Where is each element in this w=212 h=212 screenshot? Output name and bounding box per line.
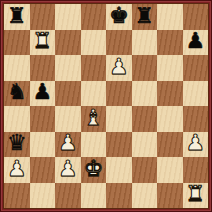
piece-black-pawn[interactable]: ♟ [185, 30, 205, 52]
square-c2[interactable]: ♟ [55, 157, 81, 183]
square-e1[interactable] [106, 183, 132, 209]
square-f8[interactable]: ♜ [132, 4, 158, 30]
square-b5[interactable]: ♟ [30, 81, 56, 107]
piece-black-king[interactable]: ♚ [109, 5, 129, 27]
square-g6[interactable] [157, 55, 183, 81]
chess-board-frame: ♜♚♜♜♟♟♞♟♝♛♟♟♟♟♚♜ [0, 0, 212, 212]
piece-black-queen[interactable]: ♛ [7, 132, 27, 154]
square-d7[interactable] [81, 30, 107, 56]
square-g8[interactable] [157, 4, 183, 30]
square-e2[interactable] [106, 157, 132, 183]
square-g2[interactable] [157, 157, 183, 183]
square-e3[interactable] [106, 132, 132, 158]
piece-white-pawn[interactable]: ♟ [109, 56, 129, 78]
square-d4[interactable]: ♝ [81, 106, 107, 132]
square-d3[interactable] [81, 132, 107, 158]
square-c8[interactable] [55, 4, 81, 30]
square-e5[interactable] [106, 81, 132, 107]
square-h5[interactable] [183, 81, 209, 107]
square-b4[interactable] [30, 106, 56, 132]
piece-white-rook[interactable]: ♜ [32, 30, 52, 52]
square-c7[interactable] [55, 30, 81, 56]
piece-black-rook[interactable]: ♜ [7, 5, 27, 27]
square-c4[interactable] [55, 106, 81, 132]
square-e4[interactable] [106, 106, 132, 132]
square-f4[interactable] [132, 106, 158, 132]
square-g1[interactable] [157, 183, 183, 209]
chess-board: ♜♚♜♜♟♟♞♟♝♛♟♟♟♟♚♜ [4, 4, 208, 208]
square-a5[interactable]: ♞ [4, 81, 30, 107]
piece-white-pawn[interactable]: ♟ [58, 158, 78, 180]
piece-white-bishop[interactable]: ♝ [83, 107, 103, 129]
square-a8[interactable]: ♜ [4, 4, 30, 30]
square-e6[interactable]: ♟ [106, 55, 132, 81]
square-h7[interactable]: ♟ [183, 30, 209, 56]
square-h6[interactable] [183, 55, 209, 81]
square-d8[interactable] [81, 4, 107, 30]
square-b3[interactable] [30, 132, 56, 158]
square-f2[interactable] [132, 157, 158, 183]
square-a1[interactable] [4, 183, 30, 209]
piece-black-knight[interactable]: ♞ [7, 81, 27, 103]
square-c3[interactable]: ♟ [55, 132, 81, 158]
piece-white-rook[interactable]: ♜ [185, 183, 205, 205]
square-f5[interactable] [132, 81, 158, 107]
square-e7[interactable] [106, 30, 132, 56]
piece-white-king[interactable]: ♚ [83, 158, 103, 180]
square-b8[interactable] [30, 4, 56, 30]
square-h4[interactable] [183, 106, 209, 132]
piece-white-pawn[interactable]: ♟ [7, 158, 27, 180]
square-a6[interactable] [4, 55, 30, 81]
square-a3[interactable]: ♛ [4, 132, 30, 158]
square-c6[interactable] [55, 55, 81, 81]
square-h8[interactable] [183, 4, 209, 30]
square-d1[interactable] [81, 183, 107, 209]
piece-black-rook[interactable]: ♜ [134, 5, 154, 27]
square-f3[interactable] [132, 132, 158, 158]
square-h3[interactable]: ♟ [183, 132, 209, 158]
square-f7[interactable] [132, 30, 158, 56]
square-g5[interactable] [157, 81, 183, 107]
square-e8[interactable]: ♚ [106, 4, 132, 30]
square-a2[interactable]: ♟ [4, 157, 30, 183]
square-f1[interactable] [132, 183, 158, 209]
square-f6[interactable] [132, 55, 158, 81]
square-c1[interactable] [55, 183, 81, 209]
square-b2[interactable] [30, 157, 56, 183]
square-d6[interactable] [81, 55, 107, 81]
square-c5[interactable] [55, 81, 81, 107]
square-d2[interactable]: ♚ [81, 157, 107, 183]
square-b7[interactable]: ♜ [30, 30, 56, 56]
square-a4[interactable] [4, 106, 30, 132]
piece-white-pawn[interactable]: ♟ [58, 132, 78, 154]
square-d5[interactable] [81, 81, 107, 107]
square-b1[interactable] [30, 183, 56, 209]
square-g7[interactable] [157, 30, 183, 56]
square-g4[interactable] [157, 106, 183, 132]
piece-black-pawn[interactable]: ♟ [32, 81, 52, 103]
square-h1[interactable]: ♜ [183, 183, 209, 209]
square-h2[interactable] [183, 157, 209, 183]
square-g3[interactable] [157, 132, 183, 158]
square-a7[interactable] [4, 30, 30, 56]
piece-white-pawn[interactable]: ♟ [185, 132, 205, 154]
square-b6[interactable] [30, 55, 56, 81]
